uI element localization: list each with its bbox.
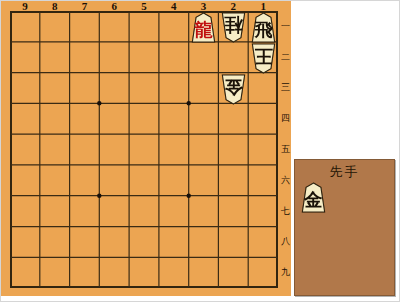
rank-label-5: 五 xyxy=(279,134,292,165)
piece-ryu-31[interactable]: 龍 xyxy=(190,12,217,43)
piece-gyoku-12[interactable]: 王 xyxy=(250,43,277,74)
piece-kin-23[interactable]: 金 xyxy=(220,74,247,105)
piece-kanji: 龍 xyxy=(194,19,213,40)
piece-hisha-11[interactable]: 飛 xyxy=(250,12,277,43)
rank-label-3: 三 xyxy=(279,73,292,104)
piece-kanji: 飛 xyxy=(253,19,272,40)
rank-label-9: 九 xyxy=(279,257,292,288)
rank-labels: 一 二 三 四 五 六 七 八 九 xyxy=(279,11,292,288)
rank-label-4: 四 xyxy=(279,103,292,134)
rank-label-8: 八 xyxy=(279,226,292,257)
piece-kanji: 桂 xyxy=(224,15,244,36)
rank-label-6: 六 xyxy=(279,165,292,196)
hand-piece-kin[interactable]: 金 xyxy=(300,182,327,213)
piece-keima-21[interactable]: 桂 xyxy=(220,12,247,43)
rank-label-2: 二 xyxy=(279,42,292,73)
shogi-board[interactable]: 9 8 7 6 5 4 3 2 1 一 二 三 四 五 六 七 八 九 xyxy=(1,1,291,296)
hand-owner-label: 先手 xyxy=(295,160,394,181)
piece-kanji: 金 xyxy=(224,77,243,98)
rank-label-7: 七 xyxy=(279,196,292,227)
piece-kanji: 王 xyxy=(254,46,273,67)
rank-label-1: 一 xyxy=(279,11,292,42)
piece-kanji: 金 xyxy=(303,189,322,210)
board-grid xyxy=(10,11,278,288)
shogi-diagram: 9 8 7 6 5 4 3 2 1 一 二 三 四 五 六 七 八 九 xyxy=(0,0,400,302)
sente-hand-tray: 先手 金 xyxy=(294,159,395,296)
